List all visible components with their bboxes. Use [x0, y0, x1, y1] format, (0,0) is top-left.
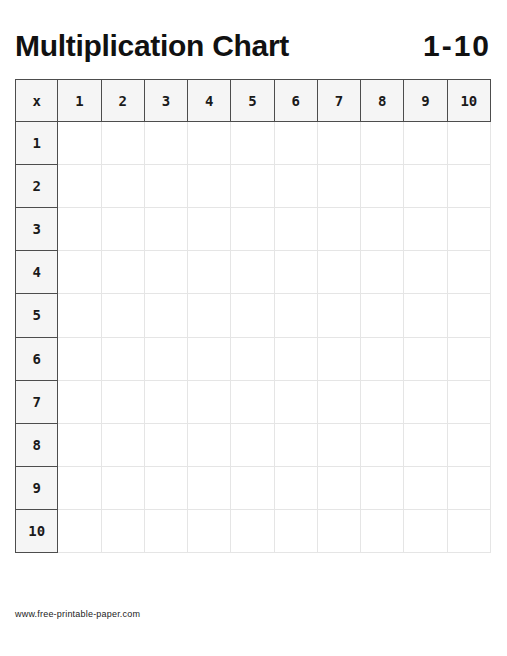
printable-page: Multiplication Chart 1-10 x1234567891012… [0, 0, 507, 656]
col-header-cell: 5 [231, 79, 274, 122]
grid-cell [361, 338, 404, 381]
grid-cell [145, 208, 188, 251]
grid-cell [404, 122, 447, 165]
grid-cell [188, 338, 231, 381]
grid-cell [145, 122, 188, 165]
grid-cell [448, 165, 491, 208]
grid-cell [404, 165, 447, 208]
grid-cell [448, 424, 491, 467]
grid-cell [361, 165, 404, 208]
grid-cell [231, 251, 274, 294]
grid-cell [102, 251, 145, 294]
row-header-cell: 10 [15, 510, 58, 553]
grid-cell [318, 294, 361, 337]
grid-cell [188, 122, 231, 165]
col-header-cell: 2 [102, 79, 145, 122]
grid-cell [448, 510, 491, 553]
grid-cell [231, 338, 274, 381]
row-header-cell: 3 [15, 208, 58, 251]
col-header-cell: 1 [58, 79, 101, 122]
grid-cell [361, 381, 404, 424]
row-header-cell: 6 [15, 338, 58, 381]
grid-cell [145, 424, 188, 467]
grid-cell [102, 424, 145, 467]
grid-cell [188, 424, 231, 467]
grid-cell [404, 251, 447, 294]
grid-cell [275, 424, 318, 467]
grid-cell [361, 510, 404, 553]
row-header-cell: 2 [15, 165, 58, 208]
grid-cell [275, 294, 318, 337]
row-header-cell: 7 [15, 381, 58, 424]
col-header-cell: 6 [275, 79, 318, 122]
grid-cell [448, 294, 491, 337]
row-header-cell: 5 [15, 294, 58, 337]
grid-cell [231, 467, 274, 510]
grid-cell [102, 510, 145, 553]
grid-cell [361, 122, 404, 165]
grid-cell [404, 510, 447, 553]
col-header-cell: 8 [361, 79, 404, 122]
grid-cell [448, 251, 491, 294]
grid-cell [361, 251, 404, 294]
grid-cell [145, 251, 188, 294]
grid-cell [102, 122, 145, 165]
grid-cell [404, 467, 447, 510]
col-header-cell: 9 [404, 79, 447, 122]
row-header-cell: 8 [15, 424, 58, 467]
grid-cell [145, 165, 188, 208]
grid-cell [318, 467, 361, 510]
grid-cell [404, 424, 447, 467]
grid-cell [102, 294, 145, 337]
grid-cell [404, 294, 447, 337]
col-header-cell: 7 [318, 79, 361, 122]
grid-cell [404, 338, 447, 381]
multiplication-grid: x1234567891012345678910 [15, 79, 491, 553]
grid-cell [275, 381, 318, 424]
grid-cell [145, 467, 188, 510]
grid-cell [231, 424, 274, 467]
row-header-cell: 1 [15, 122, 58, 165]
grid-cell [188, 208, 231, 251]
grid-cell [275, 122, 318, 165]
grid-cell [145, 510, 188, 553]
grid-cell [145, 294, 188, 337]
grid-cell [102, 165, 145, 208]
grid-cell [318, 381, 361, 424]
grid-cell [231, 510, 274, 553]
grid-cell [448, 208, 491, 251]
grid-cell [102, 338, 145, 381]
grid-cell [188, 467, 231, 510]
grid-cell [318, 510, 361, 553]
grid-cell [361, 467, 404, 510]
grid-cell [58, 381, 101, 424]
grid-cell [58, 251, 101, 294]
grid-cell [145, 338, 188, 381]
grid-cell [58, 338, 101, 381]
grid-cell [231, 294, 274, 337]
grid-cell [231, 381, 274, 424]
grid-cell [231, 208, 274, 251]
page-header: Multiplication Chart 1-10 [15, 28, 491, 64]
corner-cell: x [15, 79, 58, 122]
grid-cell [404, 381, 447, 424]
grid-cell [448, 381, 491, 424]
grid-cell [318, 338, 361, 381]
grid-cell [361, 294, 404, 337]
grid-cell [275, 251, 318, 294]
grid-cell [58, 208, 101, 251]
grid-cell [361, 208, 404, 251]
grid-cell [58, 510, 101, 553]
col-header-cell: 4 [188, 79, 231, 122]
grid-cell [318, 424, 361, 467]
grid-cell [188, 381, 231, 424]
grid-cell [58, 165, 101, 208]
grid-cell [318, 251, 361, 294]
row-header-cell: 9 [15, 467, 58, 510]
grid-cell [188, 510, 231, 553]
grid-cell [448, 338, 491, 381]
grid-cell [188, 251, 231, 294]
grid-cell [188, 294, 231, 337]
grid-cell [361, 424, 404, 467]
grid-cell [448, 467, 491, 510]
grid-cell [58, 294, 101, 337]
grid-cell [102, 208, 145, 251]
grid-cell [188, 165, 231, 208]
grid-cell [275, 165, 318, 208]
grid-cell [275, 338, 318, 381]
grid-cell [275, 467, 318, 510]
grid-cell [231, 122, 274, 165]
row-header-cell: 4 [15, 251, 58, 294]
grid-cell [102, 467, 145, 510]
grid-cell [58, 122, 101, 165]
grid-cell [58, 467, 101, 510]
col-header-cell: 10 [448, 79, 491, 122]
grid-cell [448, 122, 491, 165]
grid-cell [318, 122, 361, 165]
grid-cell [58, 424, 101, 467]
range-label: 1-10 [423, 28, 491, 64]
grid-cell [318, 165, 361, 208]
grid-cell [102, 381, 145, 424]
grid-cell [275, 208, 318, 251]
grid-cell [318, 208, 361, 251]
grid-cell [275, 510, 318, 553]
page-title: Multiplication Chart [15, 28, 289, 64]
grid-cell [145, 381, 188, 424]
col-header-cell: 3 [145, 79, 188, 122]
grid-cell [231, 165, 274, 208]
grid-cell [404, 208, 447, 251]
footer-url: www.free-printable-paper.com [15, 608, 140, 620]
